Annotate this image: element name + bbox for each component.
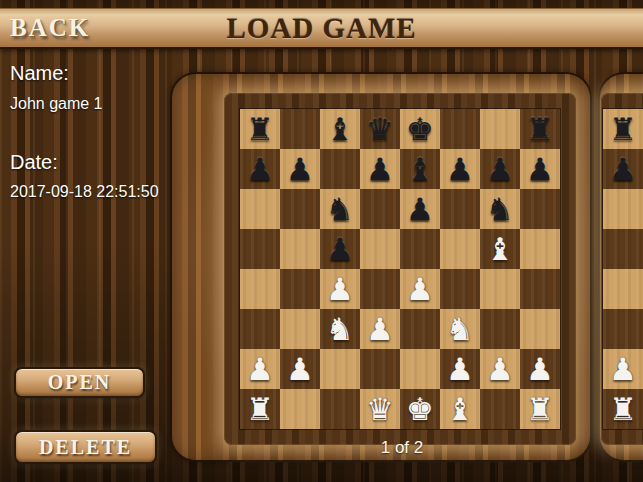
square-c2 <box>320 349 360 389</box>
square-g2: ♟ <box>480 349 520 389</box>
black-pawn-icon: ♟ <box>320 229 360 269</box>
square-b8 <box>280 109 320 149</box>
white-pawn-icon: ♟ <box>480 349 520 389</box>
date-label: Date: <box>10 151 58 174</box>
square-b7: ♟ <box>280 149 320 189</box>
square-a5 <box>603 229 643 269</box>
load-game-screen: BACK LOAD GAME Name: John game 1 Date: 2… <box>0 0 643 482</box>
square-b5 <box>280 229 320 269</box>
white-rook-icon: ♜ <box>240 389 280 429</box>
square-f5 <box>440 229 480 269</box>
name-value: John game 1 <box>10 95 103 113</box>
square-g8 <box>480 109 520 149</box>
white-pawn-icon: ♟ <box>320 269 360 309</box>
white-pawn-icon: ♟ <box>240 349 280 389</box>
square-a4 <box>603 269 643 309</box>
date-value: 2017-09-18 22:51:50 <box>10 183 159 201</box>
open-button[interactable]: OPEN <box>14 367 145 398</box>
white-pawn-icon: ♟ <box>440 349 480 389</box>
black-rook-icon: ♜ <box>240 109 280 149</box>
square-a3 <box>603 309 643 349</box>
square-a3 <box>240 309 280 349</box>
chess-board-preview-2: ♜♟♟♜ <box>603 109 643 429</box>
black-rook-icon: ♜ <box>603 109 643 149</box>
square-h1: ♜ <box>520 389 560 429</box>
black-pawn-icon: ♟ <box>400 189 440 229</box>
black-pawn-icon: ♟ <box>360 149 400 189</box>
square-c7 <box>320 149 360 189</box>
black-rook-icon: ♜ <box>520 109 560 149</box>
square-a2: ♟ <box>240 349 280 389</box>
black-queen-icon: ♛ <box>360 109 400 149</box>
delete-button[interactable]: DELETE <box>14 430 157 464</box>
square-g1 <box>480 389 520 429</box>
white-pawn-icon: ♟ <box>520 349 560 389</box>
square-e5 <box>400 229 440 269</box>
black-bishop-icon: ♝ <box>320 109 360 149</box>
game-preview-card[interactable]: ♜♝♛♚♜♟♟♟♝♟♟♟♞♟♞♟♝♟♟♞♟♞♟♟♟♟♟♜♛♚♝♜ 1 of 2 <box>170 72 592 462</box>
square-a7: ♟ <box>240 149 280 189</box>
square-d8: ♛ <box>360 109 400 149</box>
black-pawn-icon: ♟ <box>520 149 560 189</box>
square-d7: ♟ <box>360 149 400 189</box>
square-f7: ♟ <box>440 149 480 189</box>
square-a1: ♜ <box>603 389 643 429</box>
square-b1 <box>280 389 320 429</box>
square-d2 <box>360 349 400 389</box>
square-a4 <box>240 269 280 309</box>
white-queen-icon: ♛ <box>360 389 400 429</box>
square-e4: ♟ <box>400 269 440 309</box>
square-g7: ♟ <box>480 149 520 189</box>
square-c6: ♞ <box>320 189 360 229</box>
white-rook-icon: ♜ <box>603 389 643 429</box>
square-c1 <box>320 389 360 429</box>
square-g4 <box>480 269 520 309</box>
square-g5: ♝ <box>480 229 520 269</box>
square-c5: ♟ <box>320 229 360 269</box>
square-h3 <box>520 309 560 349</box>
square-f1: ♝ <box>440 389 480 429</box>
square-e1: ♚ <box>400 389 440 429</box>
square-e2 <box>400 349 440 389</box>
square-b2: ♟ <box>280 349 320 389</box>
white-bishop-icon: ♝ <box>480 229 520 269</box>
square-h7: ♟ <box>520 149 560 189</box>
square-h5 <box>520 229 560 269</box>
square-a8: ♜ <box>603 109 643 149</box>
square-h6 <box>520 189 560 229</box>
square-e6: ♟ <box>400 189 440 229</box>
black-pawn-icon: ♟ <box>480 149 520 189</box>
black-bishop-icon: ♝ <box>400 149 440 189</box>
white-rook-icon: ♜ <box>520 389 560 429</box>
black-pawn-icon: ♟ <box>280 149 320 189</box>
black-knight-icon: ♞ <box>480 189 520 229</box>
square-h2: ♟ <box>520 349 560 389</box>
square-a6 <box>240 189 280 229</box>
square-d3: ♟ <box>360 309 400 349</box>
square-a8: ♜ <box>240 109 280 149</box>
square-f8 <box>440 109 480 149</box>
square-a1: ♜ <box>240 389 280 429</box>
black-pawn-icon: ♟ <box>440 149 480 189</box>
square-b3 <box>280 309 320 349</box>
square-f6 <box>440 189 480 229</box>
square-h4 <box>520 269 560 309</box>
black-king-icon: ♚ <box>400 109 440 149</box>
square-e3 <box>400 309 440 349</box>
board-frame-2: ♜♟♟♜ <box>601 93 643 445</box>
square-f3: ♞ <box>440 309 480 349</box>
black-pawn-icon: ♟ <box>240 149 280 189</box>
square-d5 <box>360 229 400 269</box>
square-h8: ♜ <box>520 109 560 149</box>
white-pawn-icon: ♟ <box>400 269 440 309</box>
white-bishop-icon: ♝ <box>440 389 480 429</box>
square-a2: ♟ <box>603 349 643 389</box>
pager-indicator: 1 of 2 <box>226 438 578 458</box>
board-frame: ♜♝♛♚♜♟♟♟♝♟♟♟♞♟♞♟♝♟♟♞♟♞♟♟♟♟♟♜♛♚♝♜ <box>224 93 576 445</box>
square-e8: ♚ <box>400 109 440 149</box>
square-d1: ♛ <box>360 389 400 429</box>
square-a7: ♟ <box>603 149 643 189</box>
page-title: LOAD GAME <box>0 9 643 47</box>
name-label: Name: <box>10 62 69 85</box>
white-pawn-icon: ♟ <box>360 309 400 349</box>
square-d6 <box>360 189 400 229</box>
white-pawn-icon: ♟ <box>280 349 320 389</box>
white-king-icon: ♚ <box>400 389 440 429</box>
black-knight-icon: ♞ <box>320 189 360 229</box>
square-f2: ♟ <box>440 349 480 389</box>
top-bar: BACK LOAD GAME <box>0 8 643 49</box>
square-d4 <box>360 269 400 309</box>
square-g6: ♞ <box>480 189 520 229</box>
square-a6 <box>603 189 643 229</box>
square-f4 <box>440 269 480 309</box>
white-knight-icon: ♞ <box>440 309 480 349</box>
square-a5 <box>240 229 280 269</box>
square-c4: ♟ <box>320 269 360 309</box>
square-c8: ♝ <box>320 109 360 149</box>
next-game-preview-card[interactable]: ♜♟♟♜ <box>598 72 643 462</box>
white-pawn-icon: ♟ <box>603 349 643 389</box>
square-b6 <box>280 189 320 229</box>
square-c3: ♞ <box>320 309 360 349</box>
white-knight-icon: ♞ <box>320 309 360 349</box>
chess-board-preview: ♜♝♛♚♜♟♟♟♝♟♟♟♞♟♞♟♝♟♟♞♟♞♟♟♟♟♟♜♛♚♝♜ <box>240 109 560 429</box>
black-pawn-icon: ♟ <box>603 149 643 189</box>
square-g3 <box>480 309 520 349</box>
square-e7: ♝ <box>400 149 440 189</box>
square-b4 <box>280 269 320 309</box>
